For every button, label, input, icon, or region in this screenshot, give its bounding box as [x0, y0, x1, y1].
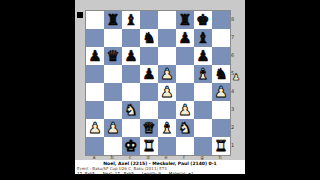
- square-b7[interactable]: [104, 29, 122, 47]
- black-to-move-indicator: [77, 12, 83, 18]
- square-a3[interactable]: [86, 101, 104, 119]
- chess-board: ♜♝♜♚♞♟♝♟♛♟♟♟♟♝♞♟♟♞♟♟♟♛♝♞♚♜♜: [86, 11, 230, 155]
- square-h2[interactable]: [212, 119, 230, 137]
- black-rook: ♜: [178, 11, 191, 29]
- white-pawn: ♟: [160, 65, 173, 83]
- square-d2[interactable]: ♛: [140, 119, 158, 137]
- square-b4[interactable]: [104, 83, 122, 101]
- square-f7[interactable]: ♟: [176, 29, 194, 47]
- square-f2[interactable]: ♞: [176, 119, 194, 137]
- white-pawn: ♟: [88, 119, 101, 137]
- rank-label-2: 2: [231, 118, 239, 136]
- square-b3[interactable]: [104, 101, 122, 119]
- square-d6[interactable]: [140, 47, 158, 65]
- square-g2[interactable]: [194, 119, 212, 137]
- square-e4[interactable]: ♟: [158, 83, 176, 101]
- square-e2[interactable]: ♝: [158, 119, 176, 137]
- square-b2[interactable]: ♟: [104, 119, 122, 137]
- black-pawn: ♟: [196, 47, 209, 65]
- square-h1[interactable]: ♜: [212, 137, 230, 155]
- black-pawn: ♟: [124, 47, 137, 65]
- material-advantage-pawn-icon: ♟: [232, 72, 240, 82]
- white-knight: ♞: [178, 119, 191, 137]
- square-e5[interactable]: ♟: [158, 65, 176, 83]
- square-f4[interactable]: [176, 83, 194, 101]
- rank-label-4: 4: [231, 82, 239, 100]
- square-c1[interactable]: ♚: [122, 137, 140, 155]
- square-a5[interactable]: [86, 65, 104, 83]
- square-f6[interactable]: [176, 47, 194, 65]
- white-pawn: ♟: [160, 83, 173, 101]
- chess-app-window: ♜♝♜♚♞♟♝♟♛♟♟♟♟♝♞♟♟♞♟♟♟♛♝♞♚♜♜ 87654321 abc…: [75, 0, 245, 174]
- square-d8[interactable]: [140, 11, 158, 29]
- move-played: 17. Bxh5: [77, 171, 95, 176]
- white-rook: ♜: [214, 137, 227, 155]
- white-bishop: ♝: [160, 119, 173, 137]
- square-c2[interactable]: [122, 119, 140, 137]
- material-balance: Material: +1: [169, 171, 194, 176]
- black-pawn: ♟: [142, 65, 155, 83]
- white-rook: ♜: [142, 137, 155, 155]
- square-d4[interactable]: [140, 83, 158, 101]
- rank-labels: 87654321: [231, 10, 239, 154]
- square-d5[interactable]: ♟: [140, 65, 158, 83]
- square-a7[interactable]: [86, 29, 104, 47]
- next-move: Next: 17...Bxh5: [103, 171, 134, 176]
- square-g7[interactable]: ♝: [194, 29, 212, 47]
- square-b1[interactable]: [104, 137, 122, 155]
- black-pawn: ♟: [178, 29, 191, 47]
- black-knight: ♞: [142, 29, 155, 47]
- square-h8[interactable]: [212, 11, 230, 29]
- game-length: Length: 9: [142, 171, 161, 176]
- black-bishop: ♝: [196, 29, 209, 47]
- square-h4[interactable]: ♟: [212, 83, 230, 101]
- black-queen: ♛: [106, 47, 119, 65]
- square-b5[interactable]: [104, 65, 122, 83]
- white-pawn: ♟: [178, 101, 191, 119]
- square-f3[interactable]: ♟: [176, 101, 194, 119]
- black-knight: ♞: [214, 65, 227, 83]
- square-e6[interactable]: [158, 47, 176, 65]
- square-g1[interactable]: [194, 137, 212, 155]
- square-a2[interactable]: ♟: [86, 119, 104, 137]
- square-h3[interactable]: [212, 101, 230, 119]
- square-h7[interactable]: [212, 29, 230, 47]
- square-d7[interactable]: ♞: [140, 29, 158, 47]
- square-f1[interactable]: [176, 137, 194, 155]
- square-a1[interactable]: [86, 137, 104, 155]
- moves-line: 17. Bxh5 Next: 17...Bxh5 Length: 9 Mater…: [77, 171, 243, 176]
- square-g6[interactable]: ♟: [194, 47, 212, 65]
- square-c8[interactable]: ♝: [122, 11, 140, 29]
- black-rook: ♜: [106, 11, 119, 29]
- rank-label-7: 7: [231, 28, 239, 46]
- white-queen: ♛: [142, 119, 155, 137]
- square-a4[interactable]: [86, 83, 104, 101]
- square-g5[interactable]: ♝: [194, 65, 212, 83]
- square-g4[interactable]: [194, 83, 212, 101]
- square-g3[interactable]: [194, 101, 212, 119]
- square-f8[interactable]: ♜: [176, 11, 194, 29]
- black-pawn: ♟: [88, 47, 101, 65]
- square-b6[interactable]: ♛: [104, 47, 122, 65]
- white-pawn: ♟: [214, 83, 227, 101]
- square-a6[interactable]: ♟: [86, 47, 104, 65]
- square-e1[interactable]: [158, 137, 176, 155]
- square-c7[interactable]: [122, 29, 140, 47]
- rank-label-3: 3: [231, 100, 239, 118]
- square-c3[interactable]: ♞: [122, 101, 140, 119]
- rank-label-8: 8: [231, 10, 239, 28]
- square-c6[interactable]: ♟: [122, 47, 140, 65]
- white-king: ♚: [124, 137, 137, 155]
- square-a8[interactable]: [86, 11, 104, 29]
- square-h6[interactable]: [212, 47, 230, 65]
- rank-label-6: 6: [231, 46, 239, 64]
- square-d1[interactable]: ♜: [140, 137, 158, 155]
- square-f5[interactable]: [176, 65, 194, 83]
- white-knight: ♞: [124, 101, 137, 119]
- rank-label-1: 1: [231, 136, 239, 154]
- square-e3[interactable]: [158, 101, 176, 119]
- square-h5[interactable]: ♞: [212, 65, 230, 83]
- square-e8[interactable]: [158, 11, 176, 29]
- board-frame: ♜♝♜♚♞♟♝♟♛♟♟♟♟♝♞♟♟♞♟♟♟♛♝♞♚♜♜: [85, 10, 231, 156]
- square-b8[interactable]: ♜: [104, 11, 122, 29]
- square-c4[interactable]: [122, 83, 140, 101]
- white-pawn: ♟: [106, 119, 119, 137]
- white-bishop: ♝: [196, 65, 209, 83]
- black-king: ♚: [196, 11, 209, 29]
- square-d3[interactable]: [140, 101, 158, 119]
- black-bishop: ♝: [124, 11, 137, 29]
- video-frame: { "game": "chess", "position": { "fen": …: [0, 0, 320, 180]
- square-e7[interactable]: [158, 29, 176, 47]
- square-g8[interactable]: ♚: [194, 11, 212, 29]
- square-c5[interactable]: [122, 65, 140, 83]
- game-info-panel: Noel, Axel (2215) - Meskoler, Paul (2140…: [75, 160, 245, 174]
